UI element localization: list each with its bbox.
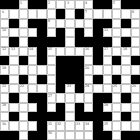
white-cell-r5c13[interactable]: 18: [121, 47, 130, 56]
white-cell-r13c13[interactable]: [121, 121, 130, 130]
white-cell-r7c3[interactable]: [28, 65, 37, 74]
white-cell-r12c12[interactable]: [112, 112, 121, 121]
black-cell-r4c9: [84, 37, 93, 46]
black-cell-r6c0: [0, 56, 9, 65]
clue-number-35: 35: [104, 122, 108, 126]
clue-number-27: 27: [48, 94, 52, 98]
white-cell-r1c1[interactable]: [9, 9, 18, 18]
white-cell-r14c2[interactable]: [19, 131, 28, 140]
black-cell-r4c1: [9, 37, 18, 46]
white-cell-r3c0[interactable]: 10: [0, 28, 9, 37]
black-cell-r4c11: [103, 37, 112, 46]
black-cell-r8c14: [131, 75, 140, 84]
white-cell-r11c5[interactable]: [47, 103, 56, 112]
white-cell-r2c6[interactable]: [56, 19, 65, 28]
white-cell-r3c3[interactable]: [28, 28, 37, 37]
black-cell-r14c0: [0, 131, 9, 140]
black-cell-r8c10: [93, 75, 102, 84]
white-cell-r13c1[interactable]: [9, 121, 18, 130]
white-cell-r1c3[interactable]: [28, 9, 37, 18]
black-cell-r2c11: [103, 19, 112, 28]
white-cell-r9c9[interactable]: 24: [84, 84, 93, 93]
black-cell-r12c11: [103, 112, 112, 121]
white-cell-r9c4[interactable]: [37, 84, 46, 93]
black-cell-r12c1: [9, 112, 18, 121]
black-cell-r9c6: [56, 84, 65, 93]
white-cell-r7c2[interactable]: [19, 65, 28, 74]
black-cell-r3c4: [37, 28, 46, 37]
clue-number-23: 23: [67, 84, 71, 88]
white-cell-r3c7[interactable]: [65, 28, 74, 37]
white-cell-r13c12[interactable]: [112, 121, 121, 130]
white-cell-r1c13[interactable]: [121, 9, 130, 18]
black-cell-r14c1: [9, 131, 18, 140]
black-cell-r11c4: [37, 103, 46, 112]
white-cell-r5c11[interactable]: 17: [103, 47, 112, 56]
black-cell-r3c8: [75, 28, 84, 37]
white-cell-r9c14[interactable]: 26: [131, 84, 140, 93]
clue-number-33: 33: [76, 122, 80, 126]
black-cell-r8c7: [65, 75, 74, 84]
white-cell-r2c7[interactable]: [65, 19, 74, 28]
white-cell-r9c2[interactable]: 22: [19, 84, 28, 93]
black-cell-r12c13: [121, 112, 130, 121]
black-cell-r14c4: [37, 131, 46, 140]
black-cell-r0c10: [93, 0, 102, 9]
black-cell-r11c8: [75, 103, 84, 112]
white-cell-r7c14[interactable]: [131, 65, 140, 74]
white-cell-r13c6[interactable]: 32: [56, 121, 65, 130]
black-cell-r0c14: [131, 0, 140, 9]
black-cell-r13c10: [93, 121, 102, 130]
white-cell-r13c9[interactable]: 34: [84, 121, 93, 130]
white-cell-r10c9[interactable]: [84, 93, 93, 102]
clue-number-4: 4: [85, 1, 87, 5]
white-cell-r7c10[interactable]: [93, 65, 102, 74]
clue-number-36: 36: [48, 131, 52, 135]
black-cell-r14c14: [131, 131, 140, 140]
white-cell-r11c9[interactable]: [84, 103, 93, 112]
black-cell-r4c8: [75, 37, 84, 46]
white-cell-r13c2[interactable]: [19, 121, 28, 130]
white-cell-r3c11[interactable]: 11: [103, 28, 112, 37]
white-cell-r5c9[interactable]: 16: [84, 47, 93, 56]
clue-number-16: 16: [85, 47, 89, 51]
black-cell-r8c0: [0, 75, 9, 84]
black-cell-r2c10: [93, 19, 102, 28]
black-cell-r12c10: [93, 112, 102, 121]
black-cell-r6c14: [131, 56, 140, 65]
clue-number-8: 8: [132, 10, 134, 14]
white-cell-r1c12[interactable]: [112, 9, 121, 18]
black-cell-r6c12: [112, 56, 121, 65]
black-cell-r10c1: [9, 93, 18, 102]
white-cell-r1c7[interactable]: [65, 9, 74, 18]
clue-number-14: 14: [29, 47, 33, 51]
clue-number-26: 26: [132, 84, 136, 88]
clue-number-24: 24: [85, 84, 89, 88]
white-cell-r0c2[interactable]: 1: [19, 0, 28, 9]
white-cell-r11c14[interactable]: [131, 103, 140, 112]
white-cell-r11c0[interactable]: 28: [0, 103, 9, 112]
clue-number-5: 5: [113, 1, 115, 5]
white-cell-r4c7[interactable]: [65, 37, 74, 46]
black-cell-r12c6: [56, 112, 65, 121]
black-cell-r2c13: [121, 19, 130, 28]
black-cell-r4c13: [121, 37, 130, 46]
black-cell-r6c10: [93, 56, 102, 65]
white-cell-r1c5[interactable]: [47, 9, 56, 18]
black-cell-r6c4: [37, 56, 46, 65]
white-cell-r9c5[interactable]: [47, 84, 56, 93]
white-cell-r7c13[interactable]: [121, 65, 130, 74]
white-cell-r5c3[interactable]: 14: [28, 47, 37, 56]
white-cell-r1c9[interactable]: 7: [84, 9, 93, 18]
white-cell-r9c10[interactable]: [93, 84, 102, 93]
white-cell-r6c1[interactable]: [9, 56, 18, 65]
white-cell-r12c0[interactable]: [0, 112, 9, 121]
white-cell-r14c8[interactable]: [75, 131, 84, 140]
black-cell-r12c3: [28, 112, 37, 121]
black-cell-r0c0: [0, 0, 9, 9]
black-cell-r3c6: [56, 28, 65, 37]
black-cell-r12c8: [75, 112, 84, 121]
black-cell-r12c5: [47, 112, 56, 121]
black-cell-r11c6: [56, 103, 65, 112]
black-cell-r6c6: [56, 56, 65, 65]
black-cell-r4c4: [37, 37, 46, 46]
white-cell-r4c2[interactable]: [19, 37, 28, 46]
black-cell-r14c3: [28, 131, 37, 140]
white-cell-r8c13[interactable]: [121, 75, 130, 84]
clue-number-9: 9: [48, 19, 50, 23]
white-cell-r2c2[interactable]: [19, 19, 28, 28]
black-cell-r10c10: [93, 93, 102, 102]
white-cell-r10c8[interactable]: [75, 93, 84, 102]
white-cell-r9c3[interactable]: [28, 84, 37, 93]
white-cell-r13c14[interactable]: [131, 121, 140, 130]
white-cell-r3c1[interactable]: [9, 28, 18, 37]
white-cell-r13c8[interactable]: 33: [75, 121, 84, 130]
white-cell-r3c13[interactable]: [121, 28, 130, 37]
white-cell-r9c12[interactable]: 25: [112, 84, 121, 93]
white-cell-r5c0[interactable]: 12: [0, 47, 9, 56]
white-cell-r11c1[interactable]: [9, 103, 18, 112]
white-cell-r1c11[interactable]: [103, 9, 112, 18]
black-cell-r14c11: [103, 131, 112, 140]
white-cell-r1c2[interactable]: [19, 9, 28, 18]
black-cell-r12c9: [84, 112, 93, 121]
black-cell-r4c10: [93, 37, 102, 46]
black-cell-r10c3: [28, 93, 37, 102]
white-cell-r0c8[interactable]: [75, 0, 84, 9]
clue-number-7: 7: [85, 10, 87, 14]
white-cell-r12c14[interactable]: [131, 112, 140, 121]
black-cell-r2c4: [37, 19, 46, 28]
white-cell-r2c5[interactable]: 9: [47, 19, 56, 28]
white-cell-r4c0[interactable]: [0, 37, 9, 46]
white-cell-r12c2[interactable]: [19, 112, 28, 121]
white-cell-r14c9[interactable]: [84, 131, 93, 140]
black-cell-r3c10: [93, 28, 102, 37]
white-cell-r2c0[interactable]: [0, 19, 9, 28]
white-cell-r11c3[interactable]: [28, 103, 37, 112]
white-cell-r6c11[interactable]: [103, 56, 112, 65]
white-cell-r5c6[interactable]: [56, 47, 65, 56]
white-cell-r7c1[interactable]: [9, 65, 18, 74]
white-cell-r9c13[interactable]: [121, 84, 130, 93]
black-cell-r4c3: [28, 37, 37, 46]
black-cell-r5c4: [37, 47, 46, 56]
white-cell-r14c12[interactable]: [112, 131, 121, 140]
white-cell-r5c8[interactable]: [75, 47, 84, 56]
white-cell-r4c12[interactable]: [112, 37, 121, 46]
black-cell-r6c8: [75, 56, 84, 65]
white-cell-r13c7[interactable]: [65, 121, 74, 130]
white-cell-r14c6[interactable]: [56, 131, 65, 140]
white-cell-r13c0[interactable]: 30: [0, 121, 9, 130]
white-cell-r9c0[interactable]: 21: [0, 84, 9, 93]
white-cell-r3c14[interactable]: [131, 28, 140, 37]
clue-number-3: 3: [67, 1, 69, 5]
black-cell-r6c7: [65, 56, 74, 65]
white-cell-r6c9[interactable]: [84, 56, 93, 65]
white-cell-r5c12[interactable]: [112, 47, 121, 56]
white-cell-r6c3[interactable]: [28, 56, 37, 65]
black-cell-r14c13: [121, 131, 130, 140]
black-cell-r0c11: [103, 0, 112, 9]
black-cell-r0c4: [37, 0, 46, 9]
white-cell-r10c0[interactable]: [0, 93, 9, 102]
white-cell-r7c12[interactable]: [112, 65, 121, 74]
clue-number-32: 32: [57, 122, 61, 126]
white-cell-r5c2[interactable]: [19, 47, 28, 56]
white-cell-r1c0[interactable]: 6: [0, 9, 9, 18]
black-cell-r8c12: [112, 75, 121, 84]
white-cell-r1c4[interactable]: [37, 9, 46, 18]
white-cell-r11c7[interactable]: [65, 103, 74, 112]
white-cell-r2c14[interactable]: [131, 19, 140, 28]
black-cell-r6c2: [19, 56, 28, 65]
white-cell-r0c5[interactable]: 2: [47, 0, 56, 9]
black-cell-r8c4: [37, 75, 46, 84]
white-cell-r7c4[interactable]: [37, 65, 46, 74]
white-cell-r10c14[interactable]: [131, 93, 140, 102]
white-cell-r7c9[interactable]: 20: [84, 65, 93, 74]
black-cell-r2c1: [9, 19, 18, 28]
white-cell-r9c11[interactable]: [103, 84, 112, 93]
white-cell-r0c12[interactable]: 5: [112, 0, 121, 9]
white-cell-r13c5[interactable]: 31: [47, 121, 56, 130]
black-cell-r8c2: [19, 75, 28, 84]
clue-number-12: 12: [2, 47, 6, 51]
clue-number-6: 6: [2, 10, 4, 14]
clue-number-11: 11: [104, 28, 108, 32]
black-cell-r12c4: [37, 112, 46, 121]
black-cell-r14c10: [93, 131, 102, 140]
white-cell-r4c14[interactable]: [131, 37, 140, 46]
clue-number-29: 29: [104, 103, 108, 107]
black-cell-r5c10: [93, 47, 102, 56]
clue-number-18: 18: [123, 47, 127, 51]
crossword-page: 1234567891011121314151617181920212223242…: [0, 0, 140, 140]
black-cell-r11c10: [93, 103, 102, 112]
clue-number-21: 21: [2, 84, 6, 88]
clue-number-20: 20: [85, 66, 89, 70]
white-cell-r13c11[interactable]: 35: [103, 121, 112, 130]
white-cell-r1c14[interactable]: 8: [131, 9, 140, 18]
clue-number-22: 22: [20, 84, 24, 88]
white-cell-r6c13[interactable]: [121, 56, 130, 65]
black-cell-r2c3: [28, 19, 37, 28]
white-cell-r3c5[interactable]: [47, 28, 56, 37]
white-cell-r5c7[interactable]: [65, 47, 74, 56]
clue-number-1: 1: [20, 1, 22, 5]
black-cell-r9c8: [75, 84, 84, 93]
white-cell-r11c13[interactable]: [121, 103, 130, 112]
white-cell-r12c7[interactable]: [65, 112, 74, 121]
white-cell-r7c0[interactable]: 19: [0, 65, 9, 74]
white-cell-r2c9[interactable]: [84, 19, 93, 28]
white-cell-r8c3[interactable]: [28, 75, 37, 84]
white-cell-r2c8[interactable]: [75, 19, 84, 28]
white-cell-r8c5[interactable]: [47, 75, 56, 84]
white-cell-r3c12[interactable]: [112, 28, 121, 37]
clue-number-2: 2: [48, 1, 50, 5]
white-cell-r10c2[interactable]: [19, 93, 28, 102]
white-cell-r9c1[interactable]: [9, 84, 18, 93]
black-cell-r1c6: [56, 9, 65, 18]
black-cell-r0c1: [9, 0, 18, 9]
white-cell-r0c9[interactable]: 4: [84, 0, 93, 9]
clue-number-15: 15: [48, 47, 52, 51]
white-cell-r8c9[interactable]: [84, 75, 93, 84]
white-cell-r5c1[interactable]: 13: [9, 47, 18, 56]
crossword-grid: 1234567891011121314151617181920212223242…: [0, 0, 140, 140]
white-cell-r10c12[interactable]: [112, 93, 121, 102]
clue-number-10: 10: [2, 28, 6, 32]
white-cell-r10c7[interactable]: [65, 93, 74, 102]
white-cell-r8c1[interactable]: [9, 75, 18, 84]
black-cell-r10c11: [103, 93, 112, 102]
clue-number-31: 31: [48, 122, 52, 126]
white-cell-r3c2[interactable]: [19, 28, 28, 37]
white-cell-r1c10[interactable]: [93, 9, 102, 18]
white-cell-r9c7[interactable]: 23: [65, 84, 74, 93]
clue-number-19: 19: [2, 66, 6, 70]
clue-number-13: 13: [11, 47, 15, 51]
black-cell-r0c3: [28, 0, 37, 9]
clue-number-34: 34: [85, 122, 89, 126]
white-cell-r7c11[interactable]: [103, 65, 112, 74]
black-cell-r7c8: [75, 65, 84, 74]
black-cell-r7c6: [56, 65, 65, 74]
white-cell-r6c5[interactable]: [47, 56, 56, 65]
white-cell-r8c11[interactable]: [103, 75, 112, 84]
clue-number-30: 30: [2, 122, 6, 126]
black-cell-r13c4: [37, 121, 46, 130]
clue-number-25: 25: [113, 84, 117, 88]
white-cell-r3c9[interactable]: [84, 28, 93, 37]
white-cell-r11c12[interactable]: [112, 103, 121, 112]
black-cell-r0c13: [121, 0, 130, 9]
black-cell-r10c13: [121, 93, 130, 102]
black-cell-r10c4: [37, 93, 46, 102]
white-cell-r2c12[interactable]: [112, 19, 121, 28]
black-cell-r8c6: [56, 75, 65, 84]
black-cell-r4c6: [56, 37, 65, 46]
white-cell-r0c6[interactable]: [56, 0, 65, 9]
white-cell-r5c5[interactable]: 15: [47, 47, 56, 56]
white-cell-r10c5[interactable]: 27: [47, 93, 56, 102]
black-cell-r8c8: [75, 75, 84, 84]
black-cell-r7c7: [65, 65, 74, 74]
white-cell-r11c11[interactable]: 29: [103, 103, 112, 112]
white-cell-r10c6[interactable]: [56, 93, 65, 102]
white-cell-r13c3[interactable]: [28, 121, 37, 130]
white-cell-r7c5[interactable]: [47, 65, 56, 74]
white-cell-r14c5[interactable]: 36: [47, 131, 56, 140]
white-cell-r0c7[interactable]: 3: [65, 0, 74, 9]
white-cell-r14c7[interactable]: [65, 131, 74, 140]
black-cell-r4c5: [47, 37, 56, 46]
clue-number-17: 17: [104, 47, 108, 51]
white-cell-r5c14[interactable]: [131, 47, 140, 56]
black-cell-r1c8: [75, 9, 84, 18]
white-cell-r11c2[interactable]: [19, 103, 28, 112]
clue-number-28: 28: [2, 103, 6, 107]
